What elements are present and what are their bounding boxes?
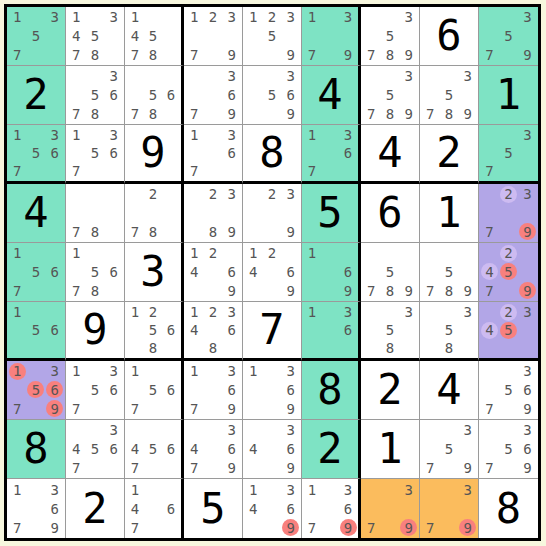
cell-r5c4[interactable]: 12469 [184, 243, 243, 302]
empty-candidate-slot [204, 27, 223, 46]
pencil-marks: 2379 [479, 184, 538, 242]
empty-candidate-slot [162, 339, 180, 357]
empty-candidate-slot [303, 144, 321, 162]
empty-candidate-slot [244, 86, 263, 105]
candidate-7: 7 [8, 45, 27, 64]
cell-r7c6[interactable]: 8 [302, 361, 361, 420]
pencil-marks: 135679 [7, 361, 65, 419]
empty-candidate-slot [499, 8, 518, 27]
empty-candidate-slot [204, 126, 223, 144]
candidate-7: 7 [303, 45, 321, 64]
candidate-6: 6 [281, 86, 300, 105]
empty-candidate-slot [8, 321, 27, 339]
candidate-4: 4 [126, 499, 144, 518]
empty-candidate-slot [222, 204, 241, 223]
candidate-9: 9 [458, 104, 477, 123]
empty-candidate-slot [204, 440, 223, 459]
candidate-2-circled-lavender: 2 [500, 186, 517, 203]
cell-r8c8[interactable]: 3579 [420, 420, 479, 479]
cell-r5c5[interactable]: 12469 [243, 243, 302, 302]
candidate-7: 7 [421, 281, 440, 300]
empty-candidate-slot [480, 185, 499, 204]
pencil-marks: 12379 [184, 7, 242, 65]
candidate-1-circled-red: 1 [9, 363, 26, 380]
cell-r1c9[interactable]: 3579 [479, 7, 538, 66]
empty-candidate-slot [362, 8, 381, 27]
empty-candidate-slot [45, 162, 64, 180]
pencil-marks: 35678 [66, 66, 124, 124]
candidate-5: 5 [381, 263, 400, 282]
empty-candidate-slot [104, 222, 123, 241]
empty-candidate-slot [321, 244, 339, 263]
empty-candidate-slot [126, 67, 144, 86]
pencil-marks: 239 [243, 184, 301, 242]
empty-candidate-slot [499, 126, 518, 144]
cell-r5c2[interactable]: 15678 [66, 243, 125, 302]
empty-candidate-slot [263, 263, 282, 282]
cell-r1c3[interactable]: 14578 [125, 7, 184, 66]
pencil-marks: 357 [479, 125, 538, 181]
cell-r2c8[interactable]: 35789 [420, 66, 479, 125]
candidate-7: 7 [421, 458, 440, 477]
candidate-5: 5 [27, 27, 46, 46]
empty-candidate-slot [204, 104, 223, 123]
pencil-marks: 12469 [243, 243, 301, 301]
empty-candidate-slot [104, 185, 123, 204]
empty-candidate-slot [303, 281, 321, 300]
cell-r3c6[interactable]: 1367 [302, 125, 361, 184]
cell-r8c6[interactable]: 2 [302, 420, 361, 479]
cell-r3c5[interactable]: 8 [243, 125, 302, 184]
candidate-3: 3 [45, 8, 64, 27]
pencil-marks: 3579 [420, 420, 478, 478]
pencil-marks: 2389 [184, 184, 242, 242]
candidate-5: 5 [27, 321, 46, 339]
candidate-3: 3 [518, 421, 537, 440]
cell-r2c2[interactable]: 35678 [66, 66, 125, 125]
candidate-1: 1 [244, 480, 263, 499]
candidate-1: 1 [185, 8, 204, 27]
candidate-6: 6 [162, 499, 180, 518]
candidate-3: 3 [518, 362, 537, 381]
solved-digit: 6 [420, 7, 478, 65]
candidate-9: 9 [458, 281, 477, 300]
cell-r7c4[interactable]: 13679 [184, 361, 243, 420]
cell-r4c7[interactable]: 6 [361, 184, 420, 243]
candidate-3: 3 [399, 303, 418, 321]
cell-r7c7[interactable]: 2 [361, 361, 420, 420]
candidate-6: 6 [162, 321, 180, 339]
empty-candidate-slot [204, 204, 223, 223]
empty-candidate-slot [27, 45, 46, 64]
pencil-marks: 34679 [184, 420, 242, 478]
candidate-2: 2 [204, 244, 223, 263]
cell-r4c1[interactable]: 4 [7, 184, 66, 243]
candidate-8: 8 [144, 104, 162, 123]
empty-candidate-slot [86, 421, 105, 440]
cell-r9c9[interactable]: 8 [479, 479, 538, 538]
empty-candidate-slot [126, 421, 144, 440]
solved-digit: 6 [361, 184, 419, 242]
cell-r6c5[interactable]: 7 [243, 302, 302, 361]
candidate-6: 6 [281, 440, 300, 459]
candidate-7: 7 [303, 162, 321, 180]
candidate-1: 1 [126, 303, 144, 321]
cell-r9c2[interactable]: 2 [66, 479, 125, 538]
candidate-3: 3 [104, 421, 123, 440]
candidate-5: 5 [381, 321, 400, 339]
pencil-marks: 35679 [479, 361, 538, 419]
cell-r3c9[interactable]: 357 [479, 125, 538, 184]
cell-r6c8[interactable]: 358 [420, 302, 479, 361]
empty-candidate-slot [421, 321, 440, 339]
empty-candidate-slot [204, 263, 223, 282]
pencil-marks: 13679 [184, 361, 242, 419]
cell-r2c7[interactable]: 35789 [361, 66, 420, 125]
empty-candidate-slot [263, 45, 282, 64]
cell-r5c8[interactable]: 5789 [420, 243, 479, 302]
candidate-5: 5 [499, 440, 518, 459]
candidate-7: 7 [126, 45, 144, 64]
empty-candidate-slot [263, 440, 282, 459]
candidate-9: 9 [45, 518, 64, 537]
cell-r5c3[interactable]: 3 [125, 243, 184, 302]
cell-r9c8[interactable]: 379 [420, 479, 479, 538]
empty-candidate-slot [144, 480, 162, 499]
candidate-1: 1 [303, 480, 321, 499]
cell-r9c5[interactable]: 13469 [243, 479, 302, 538]
cell-r4c6[interactable]: 5 [302, 184, 361, 243]
empty-candidate-slot [421, 480, 440, 499]
empty-candidate-slot [104, 162, 123, 180]
empty-candidate-slot [421, 440, 440, 459]
candidate-5: 5 [144, 381, 162, 400]
empty-candidate-slot [222, 339, 241, 357]
candidate-5: 5 [440, 321, 459, 339]
empty-candidate-slot [263, 281, 282, 300]
cell-r8c4[interactable]: 34679 [184, 420, 243, 479]
empty-candidate-slot [144, 204, 162, 223]
empty-candidate-slot [381, 499, 400, 518]
cell-r7c5[interactable]: 1369 [243, 361, 302, 420]
solved-digit: 7 [243, 302, 301, 358]
cell-r5c6[interactable]: 169 [302, 243, 361, 302]
empty-candidate-slot [162, 399, 180, 418]
empty-candidate-slot [162, 362, 180, 381]
candidate-4: 4 [244, 440, 263, 459]
candidate-8: 8 [440, 339, 459, 357]
candidate-7: 7 [480, 162, 499, 180]
empty-candidate-slot [399, 499, 418, 518]
empty-candidate-slot [362, 499, 381, 518]
cell-r7c9[interactable]: 35679 [479, 361, 538, 420]
cell-r6c6[interactable]: 136 [302, 302, 361, 361]
candidate-1: 1 [8, 303, 27, 321]
empty-candidate-slot [67, 67, 86, 86]
candidate-5: 5 [86, 381, 105, 400]
cell-r7c2[interactable]: 13567 [66, 361, 125, 420]
empty-candidate-slot [263, 362, 282, 381]
candidate-7: 7 [362, 104, 381, 123]
candidate-6: 6 [104, 86, 123, 105]
cell-r9c3[interactable]: 1467 [125, 479, 184, 538]
candidate-3: 3 [281, 67, 300, 86]
cell-r7c3[interactable]: 1567 [125, 361, 184, 420]
empty-candidate-slot [499, 162, 518, 180]
empty-candidate-slot [86, 126, 105, 144]
candidate-3: 3 [222, 421, 241, 440]
cell-r5c7[interactable]: 5789 [361, 243, 420, 302]
cell-r6c9[interactable]: 2345 [479, 302, 538, 361]
empty-candidate-slot [27, 362, 46, 381]
cell-r3c3[interactable]: 9 [125, 125, 184, 184]
empty-candidate-slot [126, 339, 144, 357]
empty-candidate-slot [27, 126, 46, 144]
empty-candidate-slot [244, 67, 263, 86]
candidate-1: 1 [244, 244, 263, 263]
candidate-4: 4 [185, 321, 204, 339]
candidate-1: 1 [303, 303, 321, 321]
candidate-6: 6 [518, 381, 537, 400]
empty-candidate-slot [480, 381, 499, 400]
solved-digit: 4 [361, 125, 419, 181]
empty-candidate-slot [263, 67, 282, 86]
cell-r3c7[interactable]: 4 [361, 125, 420, 184]
empty-candidate-slot [263, 421, 282, 440]
cell-r8c5[interactable]: 3469 [243, 420, 302, 479]
pencil-marks: 379 [361, 479, 419, 538]
pencil-marks: 123468 [184, 302, 242, 358]
empty-candidate-slot [144, 458, 162, 477]
candidate-3: 3 [104, 67, 123, 86]
candidate-7: 7 [8, 281, 27, 300]
empty-candidate-slot [162, 185, 180, 204]
pencil-marks: 4567 [125, 420, 181, 478]
cell-r8c9[interactable]: 35679 [479, 420, 538, 479]
empty-candidate-slot [144, 399, 162, 418]
candidate-6: 6 [162, 381, 180, 400]
candidate-3: 3 [45, 362, 64, 381]
empty-candidate-slot [45, 281, 64, 300]
solved-digit: 2 [302, 420, 358, 478]
empty-candidate-slot [440, 518, 459, 537]
candidate-3: 3 [222, 67, 241, 86]
cell-r1c1[interactable]: 1357 [7, 7, 66, 66]
candidate-3: 3 [222, 303, 241, 321]
empty-candidate-slot [185, 381, 204, 400]
cell-r4c9[interactable]: 2379 [479, 184, 538, 243]
solved-digit: 2 [7, 66, 65, 124]
cell-r1c5[interactable]: 12359 [243, 7, 302, 66]
candidate-4: 4 [67, 440, 86, 459]
candidate-5: 5 [440, 440, 459, 459]
cell-r2c1[interactable]: 2 [7, 66, 66, 125]
cell-r7c8[interactable]: 4 [420, 361, 479, 420]
candidate-8: 8 [381, 104, 400, 123]
cell-r2c6[interactable]: 4 [302, 66, 361, 125]
cell-r2c3[interactable]: 5678 [125, 66, 184, 125]
cell-r4c8[interactable]: 1 [420, 184, 479, 243]
pencil-marks: 134578 [66, 7, 124, 65]
candidate-5: 5 [86, 27, 105, 46]
empty-candidate-slot [27, 244, 46, 263]
cell-r6c7[interactable]: 358 [361, 302, 420, 361]
empty-candidate-slot [281, 27, 300, 46]
candidate-7: 7 [126, 518, 144, 537]
candidate-8: 8 [86, 104, 105, 123]
empty-candidate-slot [263, 104, 282, 123]
candidate-5: 5 [263, 86, 282, 105]
empty-candidate-slot [518, 144, 537, 162]
pencil-marks: 156 [7, 302, 65, 358]
candidate-9: 9 [281, 222, 300, 241]
empty-candidate-slot [162, 104, 180, 123]
empty-candidate-slot [67, 421, 86, 440]
cell-r4c5[interactable]: 239 [243, 184, 302, 243]
empty-candidate-slot [86, 362, 105, 381]
empty-candidate-slot [499, 421, 518, 440]
candidate-3: 3 [518, 185, 537, 204]
candidate-8: 8 [144, 222, 162, 241]
empty-candidate-slot [499, 222, 518, 241]
candidate-1: 1 [67, 8, 86, 27]
candidate-7: 7 [67, 45, 86, 64]
candidate-9: 9 [222, 45, 241, 64]
candidate-5: 5 [440, 263, 459, 282]
candidate-8: 8 [440, 281, 459, 300]
empty-candidate-slot [244, 399, 263, 418]
empty-candidate-slot [204, 321, 223, 339]
cell-r9c4[interactable]: 5 [184, 479, 243, 538]
cell-r6c2[interactable]: 9 [66, 302, 125, 361]
cell-r4c3[interactable]: 278 [125, 184, 184, 243]
candidate-3: 3 [222, 362, 241, 381]
empty-candidate-slot [185, 144, 204, 162]
pencil-marks: 13567 [7, 125, 65, 181]
empty-candidate-slot [104, 244, 123, 263]
cell-r1c7[interactable]: 35789 [361, 7, 420, 66]
candidate-5: 5 [27, 263, 46, 282]
empty-candidate-slot [162, 458, 180, 477]
empty-candidate-slot [440, 303, 459, 321]
empty-candidate-slot [362, 67, 381, 86]
cell-r7c1[interactable]: 135679 [7, 361, 66, 420]
empty-candidate-slot [27, 499, 46, 518]
cell-r2c5[interactable]: 3569 [243, 66, 302, 125]
candidate-2-circled-lavender: 2 [500, 304, 517, 321]
candidate-5: 5 [86, 144, 105, 162]
candidate-5: 5 [499, 144, 518, 162]
empty-candidate-slot [86, 399, 105, 418]
cell-r8c3[interactable]: 4567 [125, 420, 184, 479]
cell-r3c1[interactable]: 13567 [7, 125, 66, 184]
pencil-marks: 12359 [243, 7, 301, 65]
cell-r2c9[interactable]: 1 [479, 66, 538, 125]
empty-candidate-slot [421, 244, 440, 263]
cell-r1c2[interactable]: 134578 [66, 7, 125, 66]
candidate-1: 1 [244, 362, 263, 381]
empty-candidate-slot [204, 144, 223, 162]
empty-candidate-slot [440, 244, 459, 263]
cell-r3c8[interactable]: 2 [420, 125, 479, 184]
candidate-6: 6 [104, 440, 123, 459]
cell-r4c2[interactable]: 78 [66, 184, 125, 243]
candidate-8: 8 [86, 281, 105, 300]
candidate-1: 1 [8, 8, 27, 27]
cell-r2c4[interactable]: 3679 [184, 66, 243, 125]
cell-r3c2[interactable]: 13567 [66, 125, 125, 184]
cell-r8c1[interactable]: 8 [7, 420, 66, 479]
candidate-8: 8 [86, 222, 105, 241]
empty-candidate-slot [281, 244, 300, 263]
candidate-6: 6 [339, 321, 357, 339]
candidate-6: 6 [162, 86, 180, 105]
candidate-6: 6 [222, 144, 241, 162]
empty-candidate-slot [421, 67, 440, 86]
cell-r9c1[interactable]: 13679 [7, 479, 66, 538]
candidate-3: 3 [458, 421, 477, 440]
empty-candidate-slot [518, 27, 537, 46]
cell-r1c6[interactable]: 1379 [302, 7, 361, 66]
empty-candidate-slot [27, 518, 46, 537]
candidate-1: 1 [303, 244, 321, 263]
cell-r1c8[interactable]: 6 [420, 7, 479, 66]
cell-r6c4[interactable]: 123468 [184, 302, 243, 361]
candidate-7: 7 [421, 104, 440, 123]
cell-r9c6[interactable]: 13679 [302, 479, 361, 538]
cell-r6c1[interactable]: 156 [7, 302, 66, 361]
pencil-marks: 13469 [243, 479, 301, 538]
cell-r8c2[interactable]: 34567 [66, 420, 125, 479]
candidate-3: 3 [281, 8, 300, 27]
candidate-9: 9 [222, 399, 241, 418]
candidate-6: 6 [45, 321, 64, 339]
pencil-marks: 35789 [420, 66, 478, 124]
candidate-6: 6 [518, 440, 537, 459]
pencil-marks: 34567 [66, 420, 124, 478]
cell-r5c9[interactable]: 24579 [479, 243, 538, 302]
candidate-3: 3 [104, 8, 123, 27]
cell-r5c1[interactable]: 1567 [7, 243, 66, 302]
pencil-marks: 15678 [66, 243, 124, 301]
empty-candidate-slot [104, 45, 123, 64]
empty-candidate-slot [458, 499, 477, 518]
cell-r9c7[interactable]: 379 [361, 479, 420, 538]
cell-r4c4[interactable]: 2389 [184, 184, 243, 243]
empty-candidate-slot [185, 339, 204, 357]
cell-r6c3[interactable]: 12568 [125, 302, 184, 361]
empty-candidate-slot [440, 67, 459, 86]
cell-r1c4[interactable]: 12379 [184, 7, 243, 66]
candidate-3: 3 [339, 303, 357, 321]
empty-candidate-slot [244, 458, 263, 477]
empty-candidate-slot [518, 244, 537, 263]
empty-candidate-slot [421, 86, 440, 105]
candidate-4: 4 [185, 263, 204, 282]
empty-candidate-slot [362, 321, 381, 339]
pencil-marks: 13567 [66, 125, 124, 181]
cell-r8c7[interactable]: 1 [361, 420, 420, 479]
sudoku-board: 1357134578145781237912359137935789635792… [4, 4, 541, 541]
pencil-marks: 13567 [66, 361, 124, 419]
cell-r3c4[interactable]: 1367 [184, 125, 243, 184]
candidate-8: 8 [381, 339, 400, 357]
pencil-marks: 5789 [420, 243, 478, 301]
candidate-6: 6 [222, 321, 241, 339]
empty-candidate-slot [362, 263, 381, 282]
empty-candidate-slot [518, 339, 537, 357]
empty-candidate-slot [144, 518, 162, 537]
